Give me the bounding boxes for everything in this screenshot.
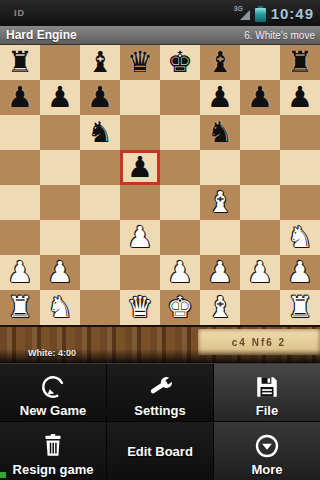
piece-white-pawn: ♟ — [240, 255, 280, 290]
piece-white-pawn: ♟ — [280, 255, 320, 290]
square-b6[interactable] — [40, 115, 80, 150]
trash-icon — [40, 433, 66, 459]
square-f7[interactable]: ♟ — [200, 80, 240, 115]
square-b4[interactable] — [40, 185, 80, 220]
square-e2[interactable]: ♟ — [160, 255, 200, 290]
square-g8[interactable] — [240, 45, 280, 80]
piece-white-rook: ♜ — [0, 290, 40, 325]
square-f3[interactable] — [200, 220, 240, 255]
notification-text: ID — [14, 8, 25, 18]
piece-white-pawn: ♟ — [160, 255, 200, 290]
piece-black-pawn: ♟ — [0, 80, 40, 115]
square-d1[interactable]: ♛ — [120, 290, 160, 325]
piece-white-king: ♚ — [160, 290, 200, 325]
new-game-icon — [40, 374, 66, 400]
info-strip: White: 4:00 c4 Nf6 2 — [0, 325, 320, 363]
square-h3[interactable]: ♞ — [280, 220, 320, 255]
menu-item-more[interactable]: More — [214, 422, 320, 480]
square-g5[interactable] — [240, 150, 280, 185]
piece-black-rook: ♜ — [280, 45, 320, 80]
piece-white-knight: ♞ — [280, 220, 320, 255]
square-a1[interactable]: ♜ — [0, 290, 40, 325]
piece-white-pawn: ♟ — [120, 220, 160, 255]
piece-black-pawn: ♟ — [240, 80, 280, 115]
piece-white-knight: ♞ — [40, 290, 80, 325]
square-f8[interactable]: ♝ — [200, 45, 240, 80]
square-g6[interactable] — [240, 115, 280, 150]
square-c2[interactable] — [80, 255, 120, 290]
square-d8[interactable]: ♛ — [120, 45, 160, 80]
square-a8[interactable]: ♜ — [0, 45, 40, 80]
square-g3[interactable] — [240, 220, 280, 255]
options-menu: 0:0 1:53 New Game Settings — [0, 363, 320, 480]
menu-item-label: File — [256, 403, 278, 418]
square-b7[interactable]: ♟ — [40, 80, 80, 115]
piece-black-knight: ♞ — [80, 115, 120, 150]
square-d6[interactable] — [120, 115, 160, 150]
piece-white-rook: ♜ — [280, 290, 320, 325]
square-f5[interactable] — [200, 150, 240, 185]
file-save-icon — [254, 374, 280, 400]
signal-icon: 3G — [234, 6, 250, 20]
menu-item-label: Edit Board — [127, 444, 193, 459]
menu-item-edit-board[interactable]: Edit Board — [107, 422, 213, 480]
square-d7[interactable] — [120, 80, 160, 115]
menu-item-label: Settings — [134, 403, 185, 418]
piece-white-pawn: ♟ — [40, 255, 80, 290]
square-c1[interactable] — [80, 290, 120, 325]
square-c5[interactable] — [80, 150, 120, 185]
square-e6[interactable] — [160, 115, 200, 150]
status-bar: ID 3G 10:49 — [0, 0, 320, 26]
battery-icon — [255, 6, 266, 22]
square-b2[interactable]: ♟ — [40, 255, 80, 290]
corner-artifact — [0, 472, 6, 478]
piece-black-pawn: ♟ — [80, 80, 120, 115]
menu-item-label: Resign game — [13, 462, 94, 477]
piece-black-knight: ♞ — [200, 115, 240, 150]
piece-black-pawn: ♟ — [120, 150, 160, 185]
square-d3[interactable]: ♟ — [120, 220, 160, 255]
square-c7[interactable]: ♟ — [80, 80, 120, 115]
square-f4[interactable]: ♝ — [200, 185, 240, 220]
piece-black-bishop: ♝ — [80, 45, 120, 80]
piece-white-pawn: ♟ — [0, 255, 40, 290]
square-h7[interactable]: ♟ — [280, 80, 320, 115]
square-h6[interactable] — [280, 115, 320, 150]
piece-black-rook: ♜ — [0, 45, 40, 80]
menu-item-label: New Game — [20, 403, 86, 418]
menu-item-new-game[interactable]: New Game — [0, 364, 106, 421]
piece-black-pawn: ♟ — [280, 80, 320, 115]
piece-black-queen: ♛ — [120, 45, 160, 80]
square-h4[interactable] — [280, 185, 320, 220]
square-e8[interactable]: ♚ — [160, 45, 200, 80]
square-g1[interactable] — [240, 290, 280, 325]
square-f2[interactable]: ♟ — [200, 255, 240, 290]
settings-icon — [147, 374, 173, 400]
move-scroll: c4 Nf6 2 — [198, 329, 320, 355]
move-status: 6. White's move — [244, 30, 315, 41]
square-g2[interactable]: ♟ — [240, 255, 280, 290]
move-scroll-text: c4 Nf6 2 — [232, 337, 286, 348]
piece-black-pawn: ♟ — [200, 80, 240, 115]
square-b3[interactable] — [40, 220, 80, 255]
square-f6[interactable]: ♞ — [200, 115, 240, 150]
menu-item-resign-game[interactable]: Resign game — [0, 422, 106, 480]
square-g7[interactable]: ♟ — [240, 80, 280, 115]
piece-black-pawn: ♟ — [40, 80, 80, 115]
piece-black-bishop: ♝ — [200, 45, 240, 80]
more-icon — [254, 433, 280, 459]
piece-white-bishop: ♝ — [200, 185, 240, 220]
square-a2[interactable]: ♟ — [0, 255, 40, 290]
white-clock-label: White: 4:00 — [28, 348, 76, 358]
square-h1[interactable]: ♜ — [280, 290, 320, 325]
square-c8[interactable]: ♝ — [80, 45, 120, 80]
menu-item-label: More — [251, 462, 282, 477]
square-a5[interactable] — [0, 150, 40, 185]
square-b5[interactable] — [40, 150, 80, 185]
status-clock: 10:49 — [271, 5, 314, 22]
square-d2[interactable] — [120, 255, 160, 290]
square-a3[interactable] — [0, 220, 40, 255]
square-d4[interactable] — [120, 185, 160, 220]
square-e3[interactable] — [160, 220, 200, 255]
square-b8[interactable] — [40, 45, 80, 80]
square-e1[interactable]: ♚ — [160, 290, 200, 325]
square-g4[interactable] — [240, 185, 280, 220]
piece-white-pawn: ♟ — [200, 255, 240, 290]
square-f1[interactable]: ♝ — [200, 290, 240, 325]
menu-item-settings[interactable]: Settings — [107, 364, 213, 421]
square-h2[interactable]: ♟ — [280, 255, 320, 290]
square-e5[interactable] — [160, 150, 200, 185]
square-c3[interactable] — [80, 220, 120, 255]
piece-white-queen: ♛ — [120, 290, 160, 325]
square-a7[interactable]: ♟ — [0, 80, 40, 115]
square-c4[interactable] — [80, 185, 120, 220]
square-c6[interactable]: ♞ — [80, 115, 120, 150]
square-e4[interactable] — [160, 185, 200, 220]
square-a6[interactable] — [0, 115, 40, 150]
status-icons: 3G 10:49 — [234, 5, 314, 22]
menu-item-file[interactable]: File — [214, 364, 320, 421]
app-title: Hard Engine — [6, 28, 77, 42]
app-screen: ID 3G 10:49 Hard Engine 6. White's move … — [0, 0, 320, 480]
chess-board[interactable]: ♜♝♛♚♝♜♟♟♟♟♟♟♞♞♟♝♟♞♟♟♟♟♟♟♜♞♛♚♝♜ — [0, 45, 320, 325]
piece-black-king: ♚ — [160, 45, 200, 80]
piece-white-bishop: ♝ — [200, 290, 240, 325]
square-d5[interactable]: ♟ — [120, 150, 160, 185]
square-e7[interactable] — [160, 80, 200, 115]
square-a4[interactable] — [0, 185, 40, 220]
square-h5[interactable] — [280, 150, 320, 185]
square-h8[interactable]: ♜ — [280, 45, 320, 80]
square-b1[interactable]: ♞ — [40, 290, 80, 325]
title-bar: Hard Engine 6. White's move — [0, 26, 320, 45]
